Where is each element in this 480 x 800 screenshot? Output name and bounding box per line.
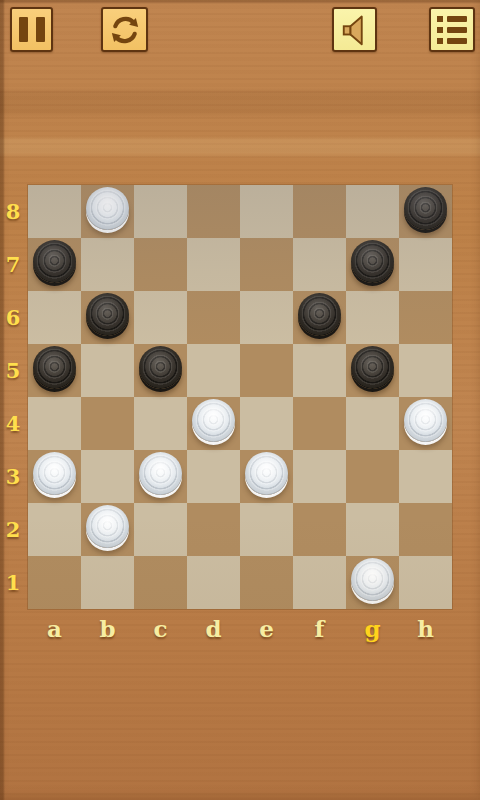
square-g4[interactable] [346,397,399,450]
square-f4[interactable] [293,397,346,450]
square-c8[interactable] [134,185,187,238]
square-a7[interactable] [28,238,81,291]
square-a3[interactable] [28,450,81,503]
white-man-g1[interactable] [351,558,394,601]
square-a2[interactable] [28,503,81,556]
square-c6[interactable] [134,291,187,344]
speaker-icon [337,12,373,48]
square-e3[interactable] [240,450,293,503]
square-g6[interactable] [346,291,399,344]
file-label-c: c [134,612,187,644]
rank-label-5: 5 [0,344,26,397]
square-a4[interactable] [28,397,81,450]
checkers-board [28,185,452,609]
square-a5[interactable] [28,344,81,397]
white-man-a3[interactable] [33,452,76,495]
square-e1[interactable] [240,556,293,609]
menu-icon [437,16,467,44]
white-man-e3[interactable] [245,452,288,495]
square-g3[interactable] [346,450,399,503]
square-g8[interactable] [346,185,399,238]
square-h6[interactable] [399,291,452,344]
square-c4[interactable] [134,397,187,450]
square-b2[interactable] [81,503,134,556]
square-e2[interactable] [240,503,293,556]
pause-icon [19,17,45,42]
restart-icon [107,12,143,48]
square-d1[interactable] [187,556,240,609]
square-g5[interactable] [346,344,399,397]
rank-label-6: 6 [0,291,26,344]
square-c2[interactable] [134,503,187,556]
square-f6[interactable] [293,291,346,344]
rank-label-1: 1 [0,556,26,609]
square-g2[interactable] [346,503,399,556]
square-b1[interactable] [81,556,134,609]
square-f1[interactable] [293,556,346,609]
rank-label-8: 8 [0,185,26,238]
square-a1[interactable] [28,556,81,609]
square-c5[interactable] [134,344,187,397]
square-d4[interactable] [187,397,240,450]
white-man-b2[interactable] [86,505,129,548]
file-label-d: d [187,612,240,644]
square-b7[interactable] [81,238,134,291]
square-d5[interactable] [187,344,240,397]
square-f7[interactable] [293,238,346,291]
square-d3[interactable] [187,450,240,503]
pause-button[interactable] [10,7,53,52]
square-f2[interactable] [293,503,346,556]
square-h8[interactable] [399,185,452,238]
square-f8[interactable] [293,185,346,238]
square-f3[interactable] [293,450,346,503]
black-man-g5[interactable] [351,346,394,389]
square-e4[interactable] [240,397,293,450]
restart-button[interactable] [101,7,148,52]
square-h5[interactable] [399,344,452,397]
square-b5[interactable] [81,344,134,397]
square-d2[interactable] [187,503,240,556]
square-h2[interactable] [399,503,452,556]
black-man-f6[interactable] [298,293,341,336]
rank-label-4: 4 [0,397,26,450]
black-man-b6[interactable] [86,293,129,336]
file-label-h: h [399,612,452,644]
menu-button[interactable] [429,7,475,52]
square-c1[interactable] [134,556,187,609]
file-label-b: b [81,612,134,644]
square-e8[interactable] [240,185,293,238]
checkers-app-screen: { "game": "checkers", "window": {"width"… [0,0,480,800]
square-d8[interactable] [187,185,240,238]
black-man-h8[interactable] [404,187,447,230]
black-man-a5[interactable] [33,346,76,389]
file-label-a: a [28,612,81,644]
white-man-h4[interactable] [404,399,447,442]
rank-label-3: 3 [0,450,26,503]
square-f5[interactable] [293,344,346,397]
square-e6[interactable] [240,291,293,344]
white-man-b8[interactable] [86,187,129,230]
rank-label-2: 2 [0,503,26,556]
white-man-c3[interactable] [139,452,182,495]
square-b4[interactable] [81,397,134,450]
square-a6[interactable] [28,291,81,344]
black-man-g7[interactable] [351,240,394,283]
white-man-d4[interactable] [192,399,235,442]
rank-label-7: 7 [0,238,26,291]
square-g1[interactable] [346,556,399,609]
square-h4[interactable] [399,397,452,450]
square-a8[interactable] [28,185,81,238]
square-d6[interactable] [187,291,240,344]
sound-button[interactable] [332,7,377,52]
black-man-c5[interactable] [139,346,182,389]
file-label-g: g [346,612,399,644]
square-e7[interactable] [240,238,293,291]
square-b6[interactable] [81,291,134,344]
file-label-f: f [293,612,346,644]
square-h3[interactable] [399,450,452,503]
square-e5[interactable] [240,344,293,397]
square-c7[interactable] [134,238,187,291]
square-g7[interactable] [346,238,399,291]
square-b8[interactable] [81,185,134,238]
black-man-a7[interactable] [33,240,76,283]
square-h1[interactable] [399,556,452,609]
square-c3[interactable] [134,450,187,503]
file-label-e: e [240,612,293,644]
square-b3[interactable] [81,450,134,503]
square-d7[interactable] [187,238,240,291]
square-h7[interactable] [399,238,452,291]
